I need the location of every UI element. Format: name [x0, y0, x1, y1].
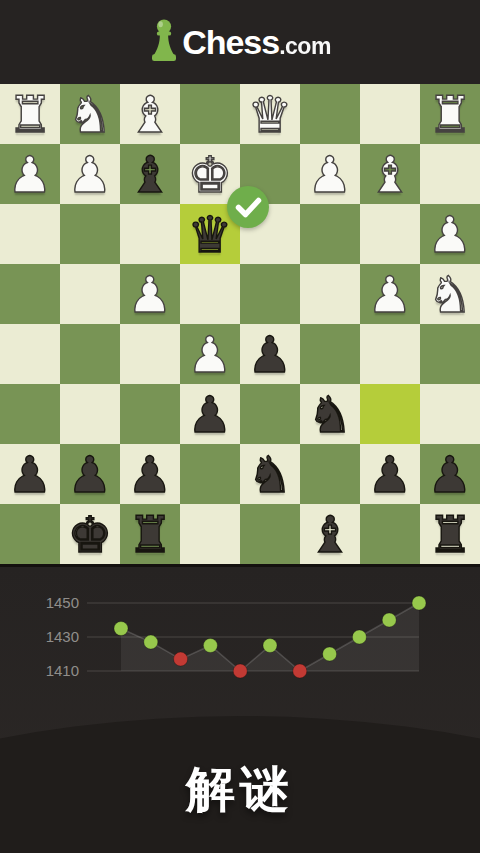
logo-suffix: .com	[279, 33, 331, 59]
app-header: Chess.com	[0, 0, 480, 84]
square-f2[interactable]: ♝	[120, 144, 180, 204]
rating-chart: 145014301410	[0, 567, 480, 717]
puzzle-result-dot-loss-3	[174, 652, 188, 666]
pawn-logo-icon	[149, 16, 179, 64]
section-title: 解谜	[0, 757, 480, 823]
puzzle-result-dot-win-11	[412, 596, 426, 610]
piece-black-pawn-f7[interactable]: ♟	[120, 444, 180, 504]
piece-white-pawn-e5[interactable]: ♟	[180, 324, 240, 384]
square-a4[interactable]: ♞	[420, 264, 480, 324]
square-h6[interactable]	[0, 384, 60, 444]
square-h1[interactable]: ♜	[0, 84, 60, 144]
piece-white-pawn-h2[interactable]: ♟	[0, 144, 60, 204]
square-a3[interactable]: ♟	[420, 204, 480, 264]
puzzle-result-dot-win-1	[114, 622, 128, 636]
ytick-label-1450: 1450	[46, 594, 79, 611]
chess-board[interactable]: ♜♞♝♛♜♟♟♝♚♟♝♛♟♟♟♞♟♟♟♞♟♟♟♞♟♟♚♜♝♜	[0, 84, 480, 564]
puzzle-result-dot-loss-5	[233, 664, 247, 678]
square-d6[interactable]	[240, 384, 300, 444]
square-a6[interactable]	[420, 384, 480, 444]
square-f4[interactable]: ♟	[120, 264, 180, 324]
square-g2[interactable]: ♟	[60, 144, 120, 204]
square-g4[interactable]	[60, 264, 120, 324]
square-a2[interactable]	[420, 144, 480, 204]
logo-text: Chess	[182, 23, 279, 61]
piece-black-pawn-h7[interactable]: ♟	[0, 444, 60, 504]
square-f3[interactable]	[120, 204, 180, 264]
square-b4[interactable]: ♟	[360, 264, 420, 324]
ytick-label-1430: 1430	[46, 628, 79, 645]
puzzle-section: 145014301410 解谜	[0, 567, 480, 853]
piece-white-pawn-b4[interactable]: ♟	[360, 264, 420, 324]
piece-black-rook-a8[interactable]: ♜	[420, 504, 480, 564]
square-b1[interactable]	[360, 84, 420, 144]
square-d7[interactable]: ♞	[240, 444, 300, 504]
piece-black-knight-c6[interactable]: ♞	[300, 384, 360, 444]
square-e8[interactable]	[180, 504, 240, 564]
square-c6[interactable]: ♞	[300, 384, 360, 444]
square-c1[interactable]	[300, 84, 360, 144]
square-f8[interactable]: ♜	[120, 504, 180, 564]
piece-black-king-g8[interactable]: ♚	[60, 504, 120, 564]
square-d5[interactable]: ♟	[240, 324, 300, 384]
square-h2[interactable]: ♟	[0, 144, 60, 204]
piece-white-pawn-f4[interactable]: ♟	[120, 264, 180, 324]
piece-white-pawn-a3[interactable]: ♟	[420, 204, 480, 264]
square-f5[interactable]	[120, 324, 180, 384]
square-h5[interactable]	[0, 324, 60, 384]
piece-black-pawn-b7[interactable]: ♟	[360, 444, 420, 504]
correct-move-checkmark-icon	[226, 185, 270, 229]
piece-black-pawn-a7[interactable]: ♟	[420, 444, 480, 504]
piece-white-pawn-c2[interactable]: ♟	[300, 144, 360, 204]
square-a1[interactable]: ♜	[420, 84, 480, 144]
square-h4[interactable]	[0, 264, 60, 324]
puzzle-result-dot-win-10	[382, 613, 396, 627]
square-c3[interactable]	[300, 204, 360, 264]
square-c2[interactable]: ♟	[300, 144, 360, 204]
square-g3[interactable]	[60, 204, 120, 264]
square-f1[interactable]: ♝	[120, 84, 180, 144]
piece-black-rook-f8[interactable]: ♜	[120, 504, 180, 564]
square-g8[interactable]: ♚	[60, 504, 120, 564]
puzzle-result-dot-win-6	[263, 639, 277, 653]
square-c7[interactable]	[300, 444, 360, 504]
square-h7[interactable]: ♟	[0, 444, 60, 504]
piece-black-bishop-c8[interactable]: ♝	[300, 504, 360, 564]
piece-white-queen-d1[interactable]: ♛	[240, 84, 300, 144]
piece-white-bishop-f1[interactable]: ♝	[120, 84, 180, 144]
square-a5[interactable]	[420, 324, 480, 384]
puzzle-result-dot-win-9	[352, 630, 366, 644]
square-f7[interactable]: ♟	[120, 444, 180, 504]
square-h3[interactable]	[0, 204, 60, 264]
piece-white-bishop-b2[interactable]: ♝	[360, 144, 420, 204]
square-e1[interactable]	[180, 84, 240, 144]
square-b5[interactable]	[360, 324, 420, 384]
piece-black-pawn-e6[interactable]: ♟	[180, 384, 240, 444]
square-e7[interactable]	[180, 444, 240, 504]
square-g7[interactable]: ♟	[60, 444, 120, 504]
square-c8[interactable]: ♝	[300, 504, 360, 564]
square-a7[interactable]: ♟	[420, 444, 480, 504]
piece-black-bishop-f2[interactable]: ♝	[120, 144, 180, 204]
piece-white-rook-h1[interactable]: ♜	[0, 84, 60, 144]
square-d4[interactable]	[240, 264, 300, 324]
square-g5[interactable]	[60, 324, 120, 384]
app-screen: Chess.com ♜♞♝♛♜♟♟♝♚♟♝♛♟♟♟♞♟♟♟♞♟♟♟♞♟♟♚♜♝♜…	[0, 0, 480, 853]
square-g1[interactable]: ♞	[60, 84, 120, 144]
piece-white-rook-a1[interactable]: ♜	[420, 84, 480, 144]
square-b7[interactable]: ♟	[360, 444, 420, 504]
piece-white-pawn-g2[interactable]: ♟	[60, 144, 120, 204]
square-e5[interactable]: ♟	[180, 324, 240, 384]
square-f6[interactable]	[120, 384, 180, 444]
square-a8[interactable]: ♜	[420, 504, 480, 564]
piece-black-pawn-d5[interactable]: ♟	[240, 324, 300, 384]
square-b3[interactable]	[360, 204, 420, 264]
square-g6[interactable]	[60, 384, 120, 444]
square-b8[interactable]	[360, 504, 420, 564]
square-b6[interactable]	[360, 384, 420, 444]
piece-white-knight-a4[interactable]: ♞	[420, 264, 480, 324]
puzzle-result-dot-loss-7	[293, 664, 307, 678]
square-e4[interactable]	[180, 264, 240, 324]
square-c5[interactable]	[300, 324, 360, 384]
square-d8[interactable]	[240, 504, 300, 564]
square-e6[interactable]: ♟	[180, 384, 240, 444]
ytick-label-1410: 1410	[46, 662, 79, 679]
square-b2[interactable]: ♝	[360, 144, 420, 204]
puzzle-result-dot-win-2	[144, 635, 158, 649]
puzzle-result-dot-win-8	[323, 647, 337, 661]
piece-black-knight-d7[interactable]: ♞	[240, 444, 300, 504]
square-d1[interactable]: ♛	[240, 84, 300, 144]
square-h8[interactable]	[0, 504, 60, 564]
square-c4[interactable]	[300, 264, 360, 324]
chesscom-logo: Chess.com	[149, 20, 331, 64]
piece-black-pawn-g7[interactable]: ♟	[60, 444, 120, 504]
puzzle-result-dot-win-4	[203, 639, 217, 653]
piece-white-knight-g1[interactable]: ♞	[60, 84, 120, 144]
